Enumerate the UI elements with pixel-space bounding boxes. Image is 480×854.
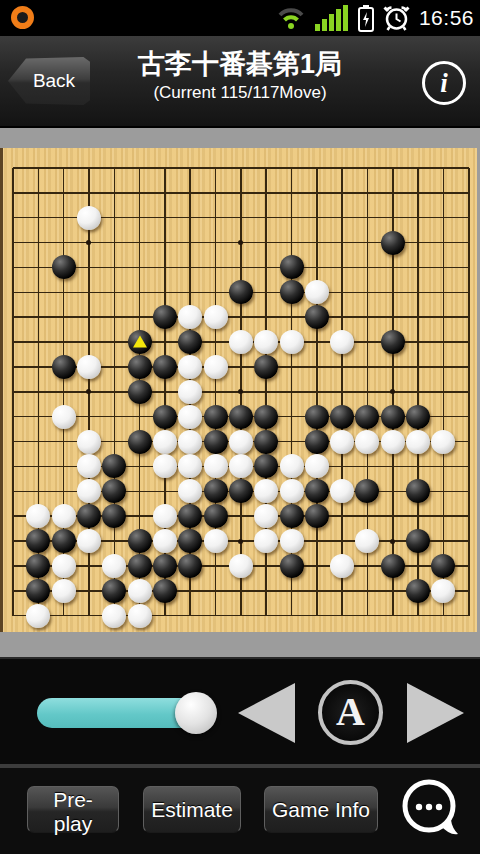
black-stone: [52, 529, 76, 553]
white-stone: [102, 604, 126, 628]
white-stone: [128, 579, 152, 603]
black-stone: [204, 479, 228, 503]
black-stone: [153, 554, 177, 578]
white-stone: [178, 380, 202, 404]
black-stone: [406, 579, 430, 603]
grid-line: [443, 168, 445, 616]
white-stone: [280, 330, 304, 354]
white-stone: [77, 529, 101, 553]
black-stone: [305, 479, 329, 503]
black-stone: [26, 529, 50, 553]
black-stone: [406, 405, 430, 429]
black-stone: [204, 504, 228, 528]
clock-time: 16:56: [419, 6, 474, 30]
move-counter-text: (Current 115/117Move): [90, 83, 390, 103]
white-stone: [406, 430, 430, 454]
battery-charging-icon: [358, 5, 374, 32]
black-stone: [178, 330, 202, 354]
last-move-marker: [133, 336, 147, 348]
white-stone: [153, 430, 177, 454]
bottom-separator: [0, 632, 480, 657]
black-stone: [381, 231, 405, 255]
black-stone: [128, 330, 152, 354]
star-point: [390, 389, 395, 394]
black-stone: [153, 355, 177, 379]
black-stone: [280, 504, 304, 528]
white-stone: [381, 430, 405, 454]
white-stone: [431, 430, 455, 454]
black-stone: [355, 405, 379, 429]
black-stone: [52, 255, 76, 279]
white-stone: [178, 454, 202, 478]
white-stone: [153, 454, 177, 478]
grid-line: [341, 168, 343, 616]
title-bar: Back 古李十番碁第1局 (Current 115/117Move) i: [0, 36, 480, 128]
white-stone: [204, 355, 228, 379]
status-icons: 16:56: [276, 0, 474, 36]
white-stone: [52, 579, 76, 603]
white-stone: [330, 330, 354, 354]
white-stone: [229, 330, 253, 354]
black-stone: [128, 529, 152, 553]
grid-line: [316, 168, 318, 616]
next-move-button[interactable]: [407, 683, 464, 743]
top-separator: [0, 128, 480, 148]
move-slider[interactable]: [37, 691, 212, 735]
black-stone: [128, 355, 152, 379]
star-point: [238, 539, 243, 544]
black-stone: [280, 280, 304, 304]
white-stone: [254, 479, 278, 503]
white-stone: [330, 479, 354, 503]
black-stone: [178, 554, 202, 578]
white-stone: [52, 504, 76, 528]
black-stone: [305, 504, 329, 528]
black-stone: [229, 280, 253, 304]
black-stone: [102, 504, 126, 528]
comments-bubble-icon: [400, 778, 462, 842]
white-stone: [229, 554, 253, 578]
page-title: 古李十番碁第1局: [90, 48, 390, 80]
black-stone: [178, 504, 202, 528]
black-stone: [305, 305, 329, 329]
white-stone: [178, 355, 202, 379]
auto-play-button[interactable]: A: [318, 680, 383, 745]
footer-toolbar: Pre-play Estimate Game Info: [0, 768, 480, 854]
white-stone: [229, 454, 253, 478]
white-stone: [254, 330, 278, 354]
white-stone: [204, 454, 228, 478]
black-stone: [153, 579, 177, 603]
white-stone: [128, 604, 152, 628]
grid-line: [13, 590, 469, 592]
white-stone: [280, 479, 304, 503]
black-stone: [254, 454, 278, 478]
star-point: [390, 539, 395, 544]
white-stone: [77, 206, 101, 230]
black-stone: [128, 430, 152, 454]
white-stone: [280, 529, 304, 553]
white-stone: [305, 454, 329, 478]
white-stone: [229, 430, 253, 454]
grid-line: [13, 615, 469, 617]
black-stone: [406, 529, 430, 553]
title-block: 古李十番碁第1局 (Current 115/117Move): [90, 36, 390, 128]
white-stone: [204, 305, 228, 329]
white-stone: [153, 529, 177, 553]
black-stone: [229, 479, 253, 503]
white-stone: [254, 529, 278, 553]
back-button[interactable]: Back: [8, 57, 90, 105]
black-stone: [128, 380, 152, 404]
white-stone: [178, 305, 202, 329]
black-stone: [381, 330, 405, 354]
black-stone: [178, 529, 202, 553]
info-icon: i: [440, 70, 448, 97]
signal-strength-icon: [315, 5, 349, 31]
comments-button[interactable]: [400, 778, 462, 842]
black-stone: [305, 405, 329, 429]
grid-line: [468, 168, 470, 616]
auto-play-label: A: [336, 692, 365, 732]
white-stone: [431, 579, 455, 603]
black-stone: [102, 579, 126, 603]
white-stone: [178, 479, 202, 503]
black-stone: [26, 579, 50, 603]
star-point: [238, 240, 243, 245]
white-stone: [77, 479, 101, 503]
black-stone: [280, 554, 304, 578]
slider-thumb[interactable]: [175, 692, 217, 734]
black-stone: [229, 405, 253, 429]
info-button[interactable]: i: [422, 61, 466, 105]
notification-app-icon: [11, 6, 34, 29]
black-stone: [330, 405, 354, 429]
black-stone: [102, 454, 126, 478]
estimate-button[interactable]: Estimate: [143, 786, 241, 833]
black-stone: [153, 405, 177, 429]
playback-controls: A: [0, 657, 480, 764]
black-stone: [204, 405, 228, 429]
white-stone: [178, 430, 202, 454]
app-screen: 16:56 Back 古李十番碁第1局 (Current 115/117Move…: [0, 0, 480, 854]
white-stone: [26, 604, 50, 628]
white-stone: [330, 430, 354, 454]
white-stone: [204, 529, 228, 553]
black-stone: [52, 355, 76, 379]
white-stone: [52, 405, 76, 429]
star-point: [86, 389, 91, 394]
alarm-clock-icon: [383, 5, 410, 32]
game-info-button[interactable]: Game Info: [264, 786, 378, 833]
black-stone: [254, 355, 278, 379]
white-stone: [178, 405, 202, 429]
black-stone: [280, 255, 304, 279]
black-stone: [77, 504, 101, 528]
black-stone: [381, 405, 405, 429]
white-stone: [305, 280, 329, 304]
wifi-icon: [276, 5, 306, 31]
status-bar: 16:56: [0, 0, 480, 36]
white-stone: [102, 554, 126, 578]
white-stone: [280, 454, 304, 478]
white-stone: [77, 430, 101, 454]
black-stone: [26, 554, 50, 578]
white-stone: [254, 504, 278, 528]
black-stone: [431, 554, 455, 578]
black-stone: [128, 554, 152, 578]
previous-move-button[interactable]: [238, 683, 295, 743]
white-stone: [330, 554, 354, 578]
go-board[interactable]: [0, 148, 480, 632]
black-stone: [254, 430, 278, 454]
black-stone: [381, 554, 405, 578]
white-stone: [26, 504, 50, 528]
black-stone: [153, 305, 177, 329]
black-stone: [254, 405, 278, 429]
black-stone: [355, 479, 379, 503]
black-stone: [102, 479, 126, 503]
black-stone: [204, 430, 228, 454]
black-stone: [305, 430, 329, 454]
white-stone: [52, 554, 76, 578]
white-stone: [77, 454, 101, 478]
white-stone: [355, 430, 379, 454]
white-stone: [77, 355, 101, 379]
pre-play-button[interactable]: Pre-play: [27, 786, 119, 833]
star-point: [86, 240, 91, 245]
white-stone: [153, 504, 177, 528]
star-point: [238, 389, 243, 394]
black-stone: [406, 479, 430, 503]
white-stone: [355, 529, 379, 553]
